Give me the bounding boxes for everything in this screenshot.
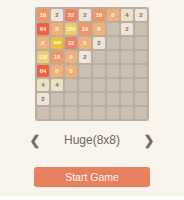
tile-64: 64 xyxy=(37,23,49,35)
empty-cell xyxy=(135,107,147,119)
empty-cell xyxy=(135,65,147,77)
tile-2: 2 xyxy=(121,23,133,35)
tile-128: 128 xyxy=(37,51,49,63)
empty-cell xyxy=(107,79,119,91)
board-grid: 1623221684264825616828204832821281682648… xyxy=(35,7,149,121)
tile-8: 8 xyxy=(51,65,63,77)
tile-2048: 2048 xyxy=(51,37,63,49)
tile-2: 2 xyxy=(37,93,49,105)
mode-selector: ❮ Huge(8x8) ❯ xyxy=(0,131,184,149)
empty-cell xyxy=(121,51,133,63)
empty-cell xyxy=(135,79,147,91)
empty-cell xyxy=(79,79,91,91)
tile-8: 8 xyxy=(37,37,49,49)
tile-8: 8 xyxy=(107,9,119,21)
empty-cell xyxy=(79,93,91,105)
empty-cell xyxy=(135,51,147,63)
empty-cell xyxy=(93,93,105,105)
bottom-strip xyxy=(0,196,184,200)
tile-8: 8 xyxy=(79,37,91,49)
tile-8: 8 xyxy=(65,65,77,77)
start-game-button[interactable]: Start Game xyxy=(34,167,150,187)
tile-16: 16 xyxy=(37,9,49,21)
empty-cell xyxy=(79,107,91,119)
tile-2: 2 xyxy=(79,9,91,21)
empty-cell xyxy=(121,107,133,119)
tile-2: 2 xyxy=(93,37,105,49)
empty-cell xyxy=(135,23,147,35)
empty-cell xyxy=(121,65,133,77)
empty-cell xyxy=(65,107,77,119)
empty-cell xyxy=(79,65,91,77)
tile-32: 32 xyxy=(65,37,77,49)
empty-cell xyxy=(135,93,147,105)
empty-cell xyxy=(93,107,105,119)
empty-cell xyxy=(93,65,105,77)
empty-cell xyxy=(51,107,63,119)
tile-32: 32 xyxy=(65,9,77,21)
tile-256: 256 xyxy=(65,23,77,35)
empty-cell xyxy=(107,51,119,63)
empty-cell xyxy=(107,37,119,49)
tile-2: 2 xyxy=(51,9,63,21)
tile-8: 8 xyxy=(51,23,63,35)
empty-cell xyxy=(51,93,63,105)
empty-cell xyxy=(107,107,119,119)
tile-16: 16 xyxy=(93,9,105,21)
empty-cell xyxy=(93,79,105,91)
tile-16: 16 xyxy=(51,51,63,63)
tile-2: 2 xyxy=(135,9,147,21)
empty-cell xyxy=(107,23,119,35)
tile-4: 4 xyxy=(121,9,133,21)
tile-2: 2 xyxy=(79,51,91,63)
mode-label: Huge(8x8) xyxy=(50,133,134,147)
empty-cell xyxy=(107,93,119,105)
prev-mode-button[interactable]: ❮ xyxy=(20,133,50,148)
chevron-left-icon: ❮ xyxy=(30,133,41,148)
empty-cell xyxy=(107,65,119,77)
tile-16: 16 xyxy=(79,23,91,35)
empty-cell xyxy=(135,37,147,49)
tile-8: 8 xyxy=(65,51,77,63)
empty-cell xyxy=(37,107,49,119)
empty-cell xyxy=(65,79,77,91)
tile-8: 8 xyxy=(93,23,105,35)
tile-64: 64 xyxy=(37,65,49,77)
next-mode-button[interactable]: ❯ xyxy=(134,133,164,148)
empty-cell xyxy=(121,93,133,105)
empty-cell xyxy=(65,93,77,105)
empty-cell xyxy=(121,79,133,91)
empty-cell xyxy=(93,51,105,63)
empty-cell xyxy=(121,37,133,49)
tile-4: 4 xyxy=(51,79,63,91)
chevron-right-icon: ❯ xyxy=(144,133,155,148)
tile-4: 4 xyxy=(37,79,49,91)
